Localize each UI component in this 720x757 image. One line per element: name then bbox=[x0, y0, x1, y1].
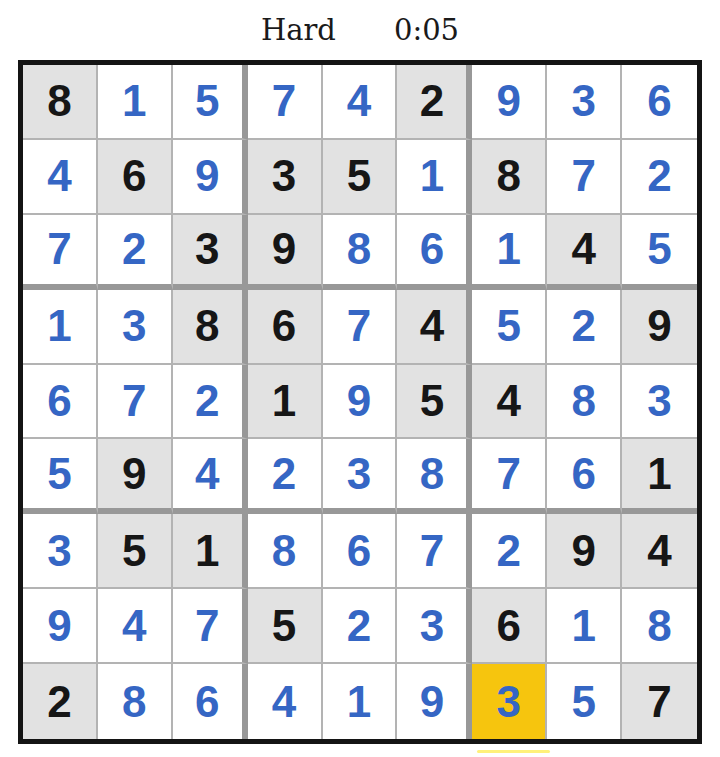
cell-r9c1[interactable]: 2 bbox=[23, 664, 98, 739]
board-container: 8157429364693518727239861451386745296721… bbox=[18, 60, 702, 744]
cell-r9c6[interactable]: 9 bbox=[397, 664, 472, 739]
cell-r8c3[interactable]: 7 bbox=[173, 589, 248, 664]
cell-r3c3[interactable]: 3 bbox=[173, 215, 248, 290]
cell-r4c4[interactable]: 6 bbox=[248, 290, 323, 365]
cell-r5c2[interactable]: 7 bbox=[98, 365, 173, 440]
cell-r6c3[interactable]: 4 bbox=[173, 439, 248, 514]
cell-r5c4[interactable]: 1 bbox=[248, 365, 323, 440]
cell-r7c4[interactable]: 8 bbox=[248, 514, 323, 589]
game-header: Hard 0:05 bbox=[0, 0, 720, 60]
cell-r7c3[interactable]: 1 bbox=[173, 514, 248, 589]
cell-r7c8[interactable]: 9 bbox=[547, 514, 622, 589]
cell-r4c1[interactable]: 1 bbox=[23, 290, 98, 365]
cell-r6c5[interactable]: 3 bbox=[323, 439, 398, 514]
cell-r4c8[interactable]: 2 bbox=[547, 290, 622, 365]
cell-r7c6[interactable]: 7 bbox=[397, 514, 472, 589]
cell-r6c2[interactable]: 9 bbox=[98, 439, 173, 514]
cell-r3c8[interactable]: 4 bbox=[547, 215, 622, 290]
cell-r5c8[interactable]: 8 bbox=[547, 365, 622, 440]
cell-r4c7[interactable]: 5 bbox=[472, 290, 547, 365]
cell-r3c6[interactable]: 6 bbox=[397, 215, 472, 290]
cell-r6c9[interactable]: 1 bbox=[622, 439, 697, 514]
cell-r9c8[interactable]: 5 bbox=[547, 664, 622, 739]
difficulty-label: Hard bbox=[261, 13, 336, 47]
cell-r1c4[interactable]: 7 bbox=[248, 65, 323, 140]
cell-r3c5[interactable]: 8 bbox=[323, 215, 398, 290]
cell-r8c9[interactable]: 8 bbox=[622, 589, 697, 664]
sudoku-board: 8157429364693518727239861451386745296721… bbox=[18, 60, 702, 744]
cell-r6c1[interactable]: 5 bbox=[23, 439, 98, 514]
cell-r8c1[interactable]: 9 bbox=[23, 589, 98, 664]
cell-r3c2[interactable]: 2 bbox=[98, 215, 173, 290]
cell-r8c5[interactable]: 2 bbox=[323, 589, 398, 664]
cell-r5c6[interactable]: 5 bbox=[397, 365, 472, 440]
cell-r1c1[interactable]: 8 bbox=[23, 65, 98, 140]
cell-r5c9[interactable]: 3 bbox=[622, 365, 697, 440]
cell-r7c2[interactable]: 5 bbox=[98, 514, 173, 589]
cell-r6c7[interactable]: 7 bbox=[472, 439, 547, 514]
cell-r9c5[interactable]: 1 bbox=[323, 664, 398, 739]
cell-r8c2[interactable]: 4 bbox=[98, 589, 173, 664]
cell-r9c4[interactable]: 4 bbox=[248, 664, 323, 739]
cell-r7c7[interactable]: 2 bbox=[472, 514, 547, 589]
timer: 0:05 bbox=[394, 13, 459, 47]
cell-r2c8[interactable]: 7 bbox=[547, 140, 622, 215]
cell-r1c8[interactable]: 3 bbox=[547, 65, 622, 140]
cell-r2c6[interactable]: 1 bbox=[397, 140, 472, 215]
cell-r1c7[interactable]: 9 bbox=[472, 65, 547, 140]
cell-r3c1[interactable]: 7 bbox=[23, 215, 98, 290]
cell-r6c4[interactable]: 2 bbox=[248, 439, 323, 514]
cell-r5c5[interactable]: 9 bbox=[323, 365, 398, 440]
cell-r4c5[interactable]: 7 bbox=[323, 290, 398, 365]
cell-r8c8[interactable]: 1 bbox=[547, 589, 622, 664]
cell-r8c6[interactable]: 3 bbox=[397, 589, 472, 664]
cell-r7c5[interactable]: 6 bbox=[323, 514, 398, 589]
cell-r3c9[interactable]: 5 bbox=[622, 215, 697, 290]
cell-r4c9[interactable]: 9 bbox=[622, 290, 697, 365]
cell-r2c4[interactable]: 3 bbox=[248, 140, 323, 215]
cell-r2c5[interactable]: 5 bbox=[323, 140, 398, 215]
cell-r2c1[interactable]: 4 bbox=[23, 140, 98, 215]
cell-r9c9[interactable]: 7 bbox=[622, 664, 697, 739]
cell-r4c3[interactable]: 8 bbox=[173, 290, 248, 365]
cell-r6c6[interactable]: 8 bbox=[397, 439, 472, 514]
cell-r9c3[interactable]: 6 bbox=[173, 664, 248, 739]
cell-r9c2[interactable]: 8 bbox=[98, 664, 173, 739]
cell-r1c6[interactable]: 2 bbox=[397, 65, 472, 140]
cell-r2c9[interactable]: 2 bbox=[622, 140, 697, 215]
cell-r3c4[interactable]: 9 bbox=[248, 215, 323, 290]
cell-r9c7[interactable]: 3 bbox=[472, 664, 547, 739]
cell-r5c3[interactable]: 2 bbox=[173, 365, 248, 440]
cell-r1c9[interactable]: 6 bbox=[622, 65, 697, 140]
cell-r6c8[interactable]: 6 bbox=[547, 439, 622, 514]
selected-column-glow bbox=[477, 750, 550, 753]
cell-r5c7[interactable]: 4 bbox=[472, 365, 547, 440]
cell-r4c6[interactable]: 4 bbox=[397, 290, 472, 365]
cell-r4c2[interactable]: 3 bbox=[98, 290, 173, 365]
cell-r1c5[interactable]: 4 bbox=[323, 65, 398, 140]
cell-r3c7[interactable]: 1 bbox=[472, 215, 547, 290]
cell-r2c3[interactable]: 9 bbox=[173, 140, 248, 215]
cell-r8c7[interactable]: 6 bbox=[472, 589, 547, 664]
cell-r8c4[interactable]: 5 bbox=[248, 589, 323, 664]
cell-r1c2[interactable]: 1 bbox=[98, 65, 173, 140]
cell-r7c9[interactable]: 4 bbox=[622, 514, 697, 589]
cell-r5c1[interactable]: 6 bbox=[23, 365, 98, 440]
cell-r7c1[interactable]: 3 bbox=[23, 514, 98, 589]
cell-r1c3[interactable]: 5 bbox=[173, 65, 248, 140]
cell-r2c2[interactable]: 6 bbox=[98, 140, 173, 215]
cell-r2c7[interactable]: 8 bbox=[472, 140, 547, 215]
